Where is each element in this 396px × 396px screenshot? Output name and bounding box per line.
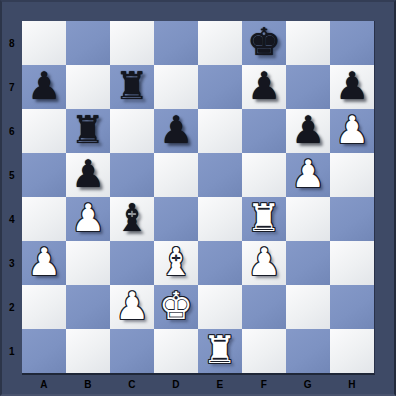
square-b1[interactable] — [66, 329, 110, 373]
square-c1[interactable] — [110, 329, 154, 373]
square-b8[interactable] — [66, 21, 110, 65]
piece-white-pawn[interactable]: ♟ — [66, 197, 110, 241]
square-e6[interactable] — [198, 109, 242, 153]
piece-black-king[interactable]: ♚ — [242, 21, 286, 65]
rank-label-6: 6 — [2, 109, 22, 153]
square-a7[interactable]: ♟ — [22, 65, 66, 109]
piece-black-rook[interactable]: ♜ — [66, 109, 110, 153]
square-e3[interactable] — [198, 241, 242, 285]
square-a6[interactable] — [22, 109, 66, 153]
square-f5[interactable] — [242, 153, 286, 197]
rank-label-4: 4 — [2, 197, 22, 241]
square-c6[interactable] — [110, 109, 154, 153]
square-b5[interactable]: ♟ — [66, 153, 110, 197]
square-h5[interactable] — [330, 153, 374, 197]
square-c2[interactable]: ♟ — [110, 285, 154, 329]
square-e1[interactable]: ♜ — [198, 329, 242, 373]
square-c4[interactable]: ♝ — [110, 197, 154, 241]
rank-label-5: 5 — [2, 153, 22, 197]
square-b6[interactable]: ♜ — [66, 109, 110, 153]
board-frame: ♚♟♜♟♟♜♟♟♟♟♟♟♝♜♟♝♟♟♚♜ 87654321ABCDEFGH — [0, 0, 396, 396]
rank-label-3: 3 — [2, 241, 22, 285]
square-f6[interactable] — [242, 109, 286, 153]
square-d8[interactable] — [154, 21, 198, 65]
square-g6[interactable]: ♟ — [286, 109, 330, 153]
square-h6[interactable]: ♟ — [330, 109, 374, 153]
piece-black-rook[interactable]: ♜ — [110, 65, 154, 109]
square-e7[interactable] — [198, 65, 242, 109]
square-f1[interactable] — [242, 329, 286, 373]
file-label-c: C — [110, 374, 154, 394]
square-d4[interactable] — [154, 197, 198, 241]
file-label-h: H — [330, 374, 374, 394]
rank-label-1: 1 — [2, 329, 22, 373]
square-a2[interactable] — [22, 285, 66, 329]
square-a5[interactable] — [22, 153, 66, 197]
square-f3[interactable]: ♟ — [242, 241, 286, 285]
square-c5[interactable] — [110, 153, 154, 197]
piece-white-bishop[interactable]: ♝ — [154, 241, 198, 285]
square-a1[interactable] — [22, 329, 66, 373]
rank-label-8: 8 — [2, 21, 22, 65]
square-f7[interactable]: ♟ — [242, 65, 286, 109]
square-a3[interactable]: ♟ — [22, 241, 66, 285]
square-h8[interactable] — [330, 21, 374, 65]
square-h2[interactable] — [330, 285, 374, 329]
square-c7[interactable]: ♜ — [110, 65, 154, 109]
rank-label-7: 7 — [2, 65, 22, 109]
square-g1[interactable] — [286, 329, 330, 373]
square-f4[interactable]: ♜ — [242, 197, 286, 241]
piece-black-pawn[interactable]: ♟ — [22, 65, 66, 109]
square-f2[interactable] — [242, 285, 286, 329]
file-label-d: D — [154, 374, 198, 394]
square-f8[interactable]: ♚ — [242, 21, 286, 65]
square-c3[interactable] — [110, 241, 154, 285]
square-e5[interactable] — [198, 153, 242, 197]
square-g7[interactable] — [286, 65, 330, 109]
square-d2[interactable]: ♚ — [154, 285, 198, 329]
square-d3[interactable]: ♝ — [154, 241, 198, 285]
square-b3[interactable] — [66, 241, 110, 285]
square-a8[interactable] — [22, 21, 66, 65]
piece-white-rook[interactable]: ♜ — [242, 197, 286, 241]
chess-board: ♚♟♜♟♟♜♟♟♟♟♟♟♝♜♟♝♟♟♚♜ — [22, 21, 375, 375]
square-d6[interactable]: ♟ — [154, 109, 198, 153]
piece-black-pawn[interactable]: ♟ — [242, 65, 286, 109]
square-g3[interactable] — [286, 241, 330, 285]
square-b7[interactable] — [66, 65, 110, 109]
square-h1[interactable] — [330, 329, 374, 373]
piece-black-pawn[interactable]: ♟ — [286, 109, 330, 153]
square-b4[interactable]: ♟ — [66, 197, 110, 241]
square-h7[interactable]: ♟ — [330, 65, 374, 109]
piece-white-king[interactable]: ♚ — [154, 285, 198, 329]
square-g2[interactable] — [286, 285, 330, 329]
file-label-f: F — [242, 374, 286, 394]
square-d1[interactable] — [154, 329, 198, 373]
file-label-b: B — [66, 374, 110, 394]
piece-white-pawn[interactable]: ♟ — [110, 285, 154, 329]
rank-label-2: 2 — [2, 285, 22, 329]
square-d5[interactable] — [154, 153, 198, 197]
piece-white-pawn[interactable]: ♟ — [22, 241, 66, 285]
square-h3[interactable] — [330, 241, 374, 285]
piece-white-rook[interactable]: ♜ — [198, 329, 242, 373]
square-c8[interactable] — [110, 21, 154, 65]
square-e8[interactable] — [198, 21, 242, 65]
file-label-e: E — [198, 374, 242, 394]
file-label-a: A — [22, 374, 66, 394]
square-g8[interactable] — [286, 21, 330, 65]
piece-white-pawn[interactable]: ♟ — [330, 109, 374, 153]
square-h4[interactable] — [330, 197, 374, 241]
square-b2[interactable] — [66, 285, 110, 329]
square-e2[interactable] — [198, 285, 242, 329]
square-d7[interactable] — [154, 65, 198, 109]
piece-black-bishop[interactable]: ♝ — [110, 197, 154, 241]
piece-white-pawn[interactable]: ♟ — [242, 241, 286, 285]
piece-black-pawn[interactable]: ♟ — [66, 153, 110, 197]
square-g5[interactable]: ♟ — [286, 153, 330, 197]
piece-black-pawn[interactable]: ♟ — [330, 65, 374, 109]
piece-black-pawn[interactable]: ♟ — [154, 109, 198, 153]
square-a4[interactable] — [22, 197, 66, 241]
square-g4[interactable] — [286, 197, 330, 241]
piece-white-pawn[interactable]: ♟ — [286, 153, 330, 197]
file-label-g: G — [286, 374, 330, 394]
square-e4[interactable] — [198, 197, 242, 241]
